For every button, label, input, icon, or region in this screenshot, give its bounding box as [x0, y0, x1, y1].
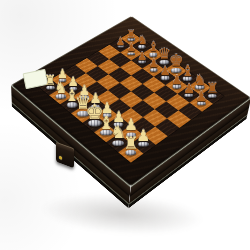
product-photo-scene: Decorative metal chess set with amber an… [0, 0, 250, 250]
chess-piece-glyph: ♜ [206, 82, 218, 96]
black-pawn[interactable]: ♟ [137, 51, 147, 64]
latch-pin [59, 156, 62, 160]
black-rook[interactable]: ♜ [127, 29, 137, 41]
black-pawn[interactable]: ♟ [171, 74, 182, 89]
black-pawn[interactable]: ♟ [126, 43, 136, 55]
black-knight[interactable]: ♞ [137, 35, 147, 49]
black-pawn[interactable]: ♟ [116, 36, 125, 48]
chess-piece-glyph: ♞ [193, 73, 206, 87]
black-bishop[interactable]: ♝ [181, 64, 194, 81]
chess-piece-glyph: ♟ [171, 74, 182, 87]
chess-piece-glyph: ♟ [160, 66, 171, 78]
chess-piece-glyph: ♝ [181, 64, 194, 79]
black-rook[interactable]: ♜ [206, 82, 218, 99]
chess-piece-glyph: ♟ [137, 51, 147, 62]
chess-piece-glyph: ♟ [183, 82, 195, 95]
black-pawn[interactable]: ♟ [195, 90, 207, 106]
black-pawn[interactable]: ♟ [148, 58, 158, 71]
chess-piece-glyph: ♟ [148, 58, 158, 70]
chess-piece-glyph: ♟ [126, 43, 136, 54]
chess-piece-glyph: ♟ [195, 90, 207, 104]
chess-piece-glyph: ♟ [116, 36, 125, 46]
chess-piece-glyph: ♜ [127, 29, 137, 40]
white-rook[interactable]: ♜ [123, 135, 139, 156]
black-pawn[interactable]: ♟ [183, 82, 195, 97]
black-pawn[interactable]: ♟ [160, 66, 171, 80]
chess-piece-glyph: ♞ [137, 35, 147, 47]
chess-piece-glyph: ♜ [123, 135, 139, 152]
